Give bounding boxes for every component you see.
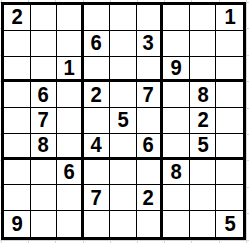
cell-r9c7[interactable] (163, 211, 190, 237)
given-digit: 1 (224, 6, 235, 28)
cell-r3c2[interactable] (31, 57, 58, 83)
cell-r5c8[interactable]: 2 (190, 108, 217, 134)
cell-r7c7[interactable]: 8 (163, 160, 190, 186)
cell-r1c3[interactable] (57, 5, 84, 31)
cell-r5c7[interactable] (163, 108, 190, 134)
cell-r6c9[interactable] (216, 134, 243, 160)
cell-r2c7[interactable] (163, 31, 190, 57)
cell-r5c4[interactable] (84, 108, 111, 134)
cell-r7c5[interactable] (110, 160, 137, 186)
cell-r2c1[interactable] (4, 31, 31, 57)
cell-r3c6[interactable] (137, 57, 164, 83)
cell-r8c3[interactable] (57, 185, 84, 211)
given-digit: 9 (11, 213, 22, 235)
cell-r2c4[interactable]: 6 (84, 31, 111, 57)
sudoku-board: 21631962787528465687295 (1, 2, 246, 240)
cell-r6c5[interactable] (110, 134, 137, 160)
cell-r8c4[interactable]: 7 (84, 185, 111, 211)
cell-r4c4[interactable]: 2 (84, 82, 111, 108)
cell-r2c8[interactable] (190, 31, 217, 57)
cell-r5c5[interactable]: 5 (110, 108, 137, 134)
given-digit: 2 (11, 6, 22, 28)
cell-r2c2[interactable] (31, 31, 58, 57)
cell-r1c8[interactable] (190, 5, 217, 31)
given-digit: 7 (91, 187, 102, 209)
cell-r7c8[interactable] (190, 160, 217, 186)
cell-r3c7[interactable]: 9 (163, 57, 190, 83)
given-digit: 7 (38, 109, 49, 131)
given-digit: 1 (63, 57, 74, 79)
cell-r6c4[interactable]: 4 (84, 134, 111, 160)
given-digit: 8 (38, 134, 49, 156)
given-digit: 2 (143, 187, 154, 209)
given-digit: 9 (170, 57, 181, 79)
cell-r1c2[interactable] (31, 5, 58, 31)
given-digit: 2 (197, 109, 208, 131)
given-digit: 5 (197, 134, 208, 156)
cell-r4c5[interactable] (110, 82, 137, 108)
cell-r9c3[interactable] (57, 211, 84, 237)
given-digit: 7 (143, 84, 154, 106)
cell-r9c6[interactable] (137, 211, 164, 237)
given-digit: 5 (117, 109, 128, 131)
cell-r8c6[interactable]: 2 (137, 185, 164, 211)
cell-r9c8[interactable] (190, 211, 217, 237)
cell-r4c7[interactable] (163, 82, 190, 108)
cell-r7c9[interactable] (216, 160, 243, 186)
cell-r7c1[interactable] (4, 160, 31, 186)
cell-r3c5[interactable] (110, 57, 137, 83)
cell-r4c8[interactable]: 8 (190, 82, 217, 108)
cell-r7c6[interactable] (137, 160, 164, 186)
sudoku-puzzle: 21631962787528465687295 (0, 0, 249, 243)
cell-r1c9[interactable]: 1 (216, 5, 243, 31)
cell-r4c9[interactable] (216, 82, 243, 108)
cell-r2c5[interactable] (110, 31, 137, 57)
cell-r5c9[interactable] (216, 108, 243, 134)
given-digit: 8 (170, 161, 181, 183)
cell-r6c2[interactable]: 8 (31, 134, 58, 160)
cell-r1c6[interactable] (137, 5, 164, 31)
cell-r9c1[interactable]: 9 (4, 211, 31, 237)
cell-r8c9[interactable] (216, 185, 243, 211)
cell-r3c8[interactable] (190, 57, 217, 83)
cell-r4c1[interactable] (4, 82, 31, 108)
cell-r6c1[interactable] (4, 134, 31, 160)
cell-r1c1[interactable]: 2 (4, 5, 31, 31)
cell-r5c6[interactable] (137, 108, 164, 134)
cell-r7c4[interactable] (84, 160, 111, 186)
given-digit: 3 (143, 32, 154, 54)
cell-r8c5[interactable] (110, 185, 137, 211)
cell-r9c2[interactable] (31, 211, 58, 237)
cell-r8c1[interactable] (4, 185, 31, 211)
cell-r4c3[interactable] (57, 82, 84, 108)
cell-r2c3[interactable] (57, 31, 84, 57)
cell-r5c2[interactable]: 7 (31, 108, 58, 134)
cell-r6c7[interactable] (163, 134, 190, 160)
cell-r1c4[interactable] (84, 5, 111, 31)
given-digit: 2 (91, 84, 102, 106)
given-digit: 5 (224, 213, 235, 235)
given-digit: 6 (143, 134, 154, 156)
cell-r3c4[interactable] (84, 57, 111, 83)
cell-r3c1[interactable] (4, 57, 31, 83)
cell-r3c9[interactable] (216, 57, 243, 83)
cell-r2c9[interactable] (216, 31, 243, 57)
cell-r1c7[interactable] (163, 5, 190, 31)
cell-r3c3[interactable]: 1 (57, 57, 84, 83)
cell-r7c2[interactable] (31, 160, 58, 186)
cell-r2c6[interactable]: 3 (137, 31, 164, 57)
cell-r5c3[interactable] (57, 108, 84, 134)
cell-r9c4[interactable] (84, 211, 111, 237)
cell-r6c8[interactable]: 5 (190, 134, 217, 160)
given-digit: 8 (197, 84, 208, 106)
given-digit: 6 (91, 32, 102, 54)
given-digit: 6 (38, 84, 49, 106)
cell-r6c6[interactable]: 6 (137, 134, 164, 160)
given-digit: 4 (91, 134, 102, 156)
cell-r4c6[interactable]: 7 (137, 82, 164, 108)
cell-r9c9[interactable]: 5 (216, 211, 243, 237)
given-digit: 6 (63, 161, 74, 183)
cell-r7c3[interactable]: 6 (57, 160, 84, 186)
cell-r5c1[interactable] (4, 108, 31, 134)
cell-r9c5[interactable] (110, 211, 137, 237)
cell-r8c8[interactable] (190, 185, 217, 211)
cell-r6c3[interactable] (57, 134, 84, 160)
cell-r8c7[interactable] (163, 185, 190, 211)
cell-r8c2[interactable] (31, 185, 58, 211)
cell-r4c2[interactable]: 6 (31, 82, 58, 108)
cell-r1c5[interactable] (110, 5, 137, 31)
